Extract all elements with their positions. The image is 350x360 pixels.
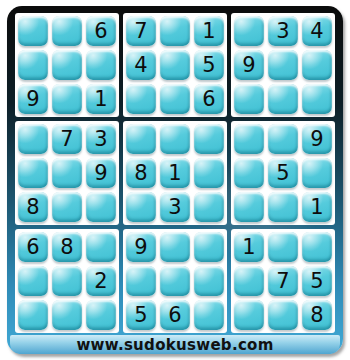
box-3: 349 bbox=[231, 13, 335, 117]
cell-r8c3[interactable]: 2 bbox=[86, 266, 116, 296]
cell-r6c8[interactable] bbox=[268, 192, 298, 222]
cell-r4c9[interactable]: 9 bbox=[302, 124, 332, 154]
cell-r6c1[interactable]: 8 bbox=[18, 192, 48, 222]
cell-r5c6[interactable] bbox=[194, 158, 224, 188]
cell-r2c1[interactable] bbox=[18, 50, 48, 80]
cell-r9c9[interactable]: 8 bbox=[302, 300, 332, 330]
cell-r4c1[interactable] bbox=[18, 124, 48, 154]
cell-r7c3[interactable] bbox=[86, 232, 116, 262]
cell-r6c5[interactable]: 3 bbox=[160, 192, 190, 222]
cell-r4c4[interactable] bbox=[126, 124, 156, 154]
cell-r8c1[interactable] bbox=[18, 266, 48, 296]
cell-r4c6[interactable] bbox=[194, 124, 224, 154]
cell-r4c8[interactable] bbox=[268, 124, 298, 154]
cell-r1c4[interactable]: 7 bbox=[126, 16, 156, 46]
cell-r2c7[interactable]: 9 bbox=[234, 50, 264, 80]
box-8: 956 bbox=[123, 229, 227, 333]
cell-r4c5[interactable] bbox=[160, 124, 190, 154]
cell-r7c4[interactable]: 9 bbox=[126, 232, 156, 262]
cell-r9c4[interactable]: 5 bbox=[126, 300, 156, 330]
box-9: 1758 bbox=[231, 229, 335, 333]
cell-r1c1[interactable] bbox=[18, 16, 48, 46]
cell-r9c8[interactable] bbox=[268, 300, 298, 330]
cell-r9c2[interactable] bbox=[52, 300, 82, 330]
cell-r1c9[interactable]: 4 bbox=[302, 16, 332, 46]
cell-r6c4[interactable] bbox=[126, 192, 156, 222]
cell-r5c8[interactable]: 5 bbox=[268, 158, 298, 188]
cell-r2c5[interactable] bbox=[160, 50, 190, 80]
footer-band: www.sudokusweb.com bbox=[10, 335, 340, 354]
sudoku-grid: 6917145634973988139516829561758 bbox=[15, 13, 335, 333]
cell-r7c2[interactable]: 8 bbox=[52, 232, 82, 262]
cell-r8c6[interactable] bbox=[194, 266, 224, 296]
cell-r7c6[interactable] bbox=[194, 232, 224, 262]
cell-r3c9[interactable] bbox=[302, 84, 332, 114]
cell-r6c3[interactable] bbox=[86, 192, 116, 222]
cell-r4c3[interactable]: 3 bbox=[86, 124, 116, 154]
cell-r1c2[interactable] bbox=[52, 16, 82, 46]
cell-r5c7[interactable] bbox=[234, 158, 264, 188]
cell-r5c9[interactable] bbox=[302, 158, 332, 188]
cell-r5c2[interactable] bbox=[52, 158, 82, 188]
cell-r8c5[interactable] bbox=[160, 266, 190, 296]
cell-r6c9[interactable]: 1 bbox=[302, 192, 332, 222]
cell-r2c8[interactable] bbox=[268, 50, 298, 80]
box-4: 7398 bbox=[15, 121, 119, 225]
cell-r6c7[interactable] bbox=[234, 192, 264, 222]
sudoku-plaque: 6917145634973988139516829561758 www.sudo… bbox=[7, 6, 343, 354]
cell-r7c1[interactable]: 6 bbox=[18, 232, 48, 262]
box-7: 682 bbox=[15, 229, 119, 333]
cell-r6c2[interactable] bbox=[52, 192, 82, 222]
cell-r3c5[interactable] bbox=[160, 84, 190, 114]
cell-r5c4[interactable]: 8 bbox=[126, 158, 156, 188]
cell-r8c7[interactable] bbox=[234, 266, 264, 296]
cell-r9c3[interactable] bbox=[86, 300, 116, 330]
cell-r1c8[interactable]: 3 bbox=[268, 16, 298, 46]
cell-r3c1[interactable]: 9 bbox=[18, 84, 48, 114]
cell-r5c3[interactable]: 9 bbox=[86, 158, 116, 188]
cell-r1c3[interactable]: 6 bbox=[86, 16, 116, 46]
cell-r4c7[interactable] bbox=[234, 124, 264, 154]
cell-r8c9[interactable]: 5 bbox=[302, 266, 332, 296]
cell-r2c4[interactable]: 4 bbox=[126, 50, 156, 80]
cell-r2c9[interactable] bbox=[302, 50, 332, 80]
cell-r9c7[interactable] bbox=[234, 300, 264, 330]
cell-r3c4[interactable] bbox=[126, 84, 156, 114]
cell-r4c2[interactable]: 7 bbox=[52, 124, 82, 154]
cell-r9c6[interactable] bbox=[194, 300, 224, 330]
cell-r3c7[interactable] bbox=[234, 84, 264, 114]
cell-r1c5[interactable] bbox=[160, 16, 190, 46]
cell-r9c5[interactable]: 6 bbox=[160, 300, 190, 330]
cell-r7c8[interactable] bbox=[268, 232, 298, 262]
box-6: 951 bbox=[231, 121, 335, 225]
page: 6917145634973988139516829561758 www.sudo… bbox=[0, 0, 350, 360]
box-1: 691 bbox=[15, 13, 119, 117]
cell-r1c7[interactable] bbox=[234, 16, 264, 46]
cell-r3c2[interactable] bbox=[52, 84, 82, 114]
box-5: 813 bbox=[123, 121, 227, 225]
cell-r1c6[interactable]: 1 bbox=[194, 16, 224, 46]
cell-r2c2[interactable] bbox=[52, 50, 82, 80]
cell-r9c1[interactable] bbox=[18, 300, 48, 330]
cell-r7c7[interactable]: 1 bbox=[234, 232, 264, 262]
cell-r2c6[interactable]: 5 bbox=[194, 50, 224, 80]
cell-r5c5[interactable]: 1 bbox=[160, 158, 190, 188]
cell-r8c4[interactable] bbox=[126, 266, 156, 296]
cell-r2c3[interactable] bbox=[86, 50, 116, 80]
box-2: 71456 bbox=[123, 13, 227, 117]
cell-r7c9[interactable] bbox=[302, 232, 332, 262]
cell-r6c6[interactable] bbox=[194, 192, 224, 222]
cell-r3c6[interactable]: 6 bbox=[194, 84, 224, 114]
cell-r5c1[interactable] bbox=[18, 158, 48, 188]
cell-r8c8[interactable]: 7 bbox=[268, 266, 298, 296]
website-link[interactable]: www.sudokusweb.com bbox=[76, 336, 273, 354]
cell-r7c5[interactable] bbox=[160, 232, 190, 262]
cell-r3c3[interactable]: 1 bbox=[86, 84, 116, 114]
cell-r8c2[interactable] bbox=[52, 266, 82, 296]
cell-r3c8[interactable] bbox=[268, 84, 298, 114]
